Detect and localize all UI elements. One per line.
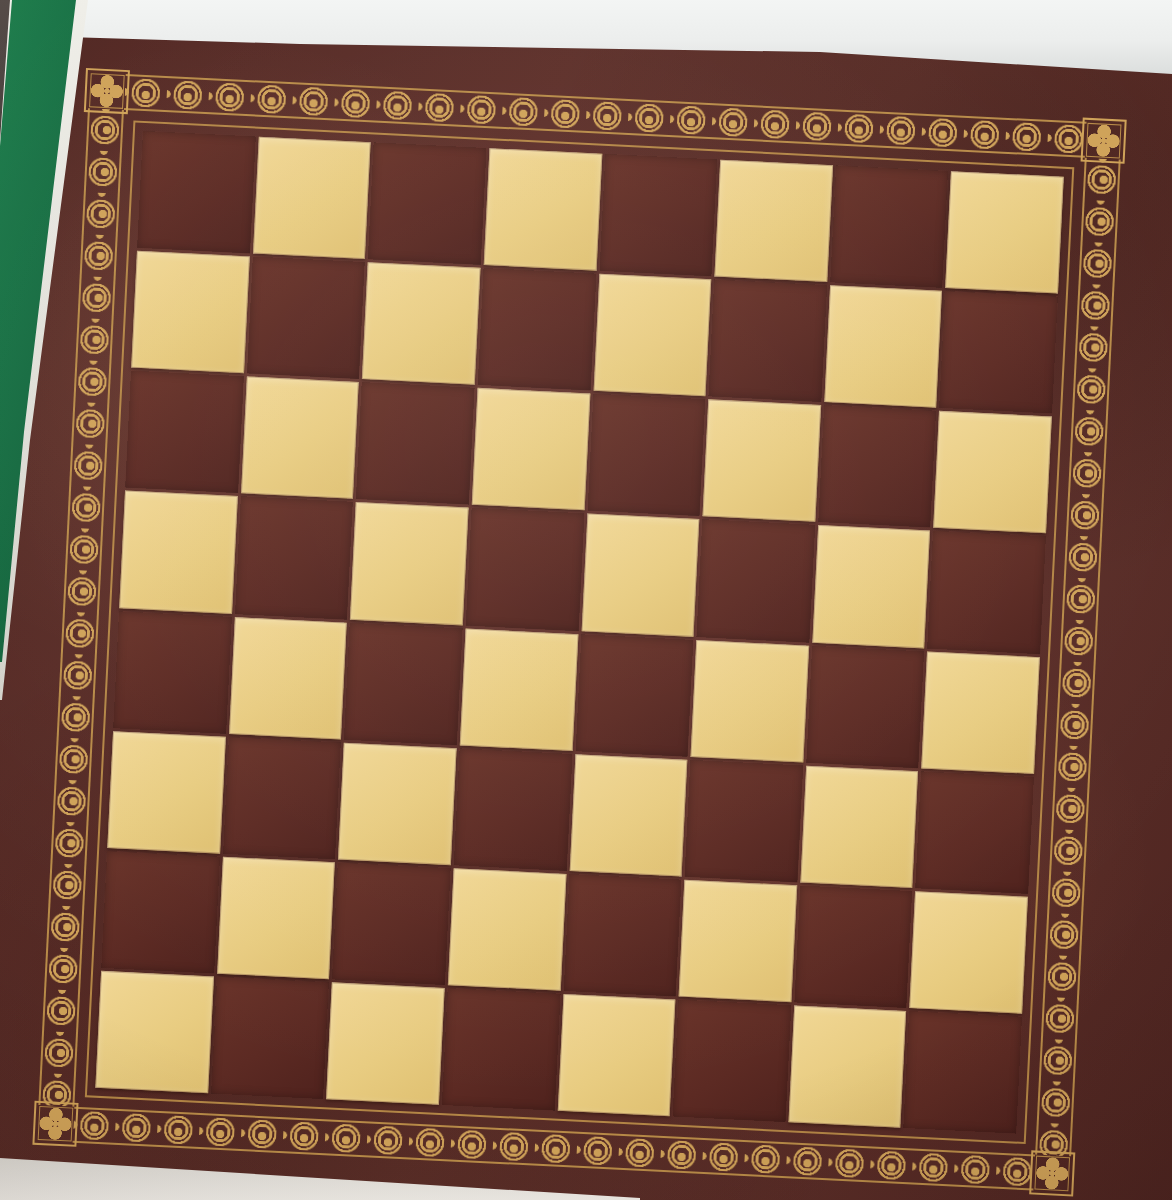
square-h4 [922,651,1040,774]
square-h7 [940,291,1058,414]
square-a3 [107,731,225,854]
square-h6 [934,411,1052,534]
square-b3 [223,737,341,860]
square-c7 [362,262,480,385]
square-e4 [575,634,693,757]
photo-of-chessboard [0,0,1172,1200]
square-c2 [332,862,450,985]
square-h5 [928,531,1046,654]
square-e1 [557,994,675,1117]
square-e5 [581,514,699,637]
square-g5 [812,525,930,648]
square-d3 [454,748,572,871]
square-a5 [119,491,237,614]
square-f4 [691,640,809,763]
square-e6 [587,394,705,517]
square-c8 [368,142,486,265]
square-c3 [338,742,456,865]
square-a1 [95,971,213,1094]
square-d1 [442,988,560,1111]
square-c1 [326,982,444,1105]
square-a7 [131,251,249,374]
square-h2 [910,891,1028,1014]
square-a4 [113,611,231,734]
square-f1 [673,999,791,1122]
square-b6 [241,377,359,500]
square-c6 [356,382,474,505]
square-b1 [211,976,329,1099]
square-g6 [818,405,936,528]
square-g7 [824,285,942,408]
square-h1 [904,1011,1022,1134]
square-a6 [125,371,243,494]
square-f8 [715,160,833,283]
square-b8 [253,137,371,260]
rosette-icon-top-right [1081,118,1127,164]
square-h3 [916,771,1034,894]
square-g1 [788,1005,906,1128]
board-grid [95,131,1063,1134]
rosette-icon-bottom-left [32,1101,78,1147]
square-g2 [794,885,912,1008]
square-f5 [697,520,815,643]
square-d4 [460,628,578,751]
square-e7 [593,274,711,397]
square-b4 [229,617,347,740]
square-e8 [599,154,717,277]
rosette-icon-top-left [84,68,130,114]
square-a2 [101,851,219,974]
square-h8 [945,171,1063,294]
square-d6 [472,388,590,511]
square-f2 [679,880,797,1003]
square-b7 [247,257,365,380]
square-d2 [448,868,566,991]
square-a8 [137,131,255,254]
square-d7 [478,268,596,391]
chessboard [32,68,1126,1196]
square-g8 [830,165,948,288]
square-d5 [466,508,584,631]
square-e3 [569,754,687,877]
square-f7 [709,280,827,403]
square-g4 [806,645,924,768]
square-f3 [685,760,803,883]
rosette-icon-bottom-right [1029,1150,1075,1196]
square-g3 [800,765,918,888]
square-d8 [484,148,602,271]
square-b2 [217,857,335,980]
square-b5 [235,497,353,620]
square-e2 [563,874,681,997]
square-c5 [350,502,468,625]
square-f6 [703,400,821,523]
square-c4 [344,622,462,745]
